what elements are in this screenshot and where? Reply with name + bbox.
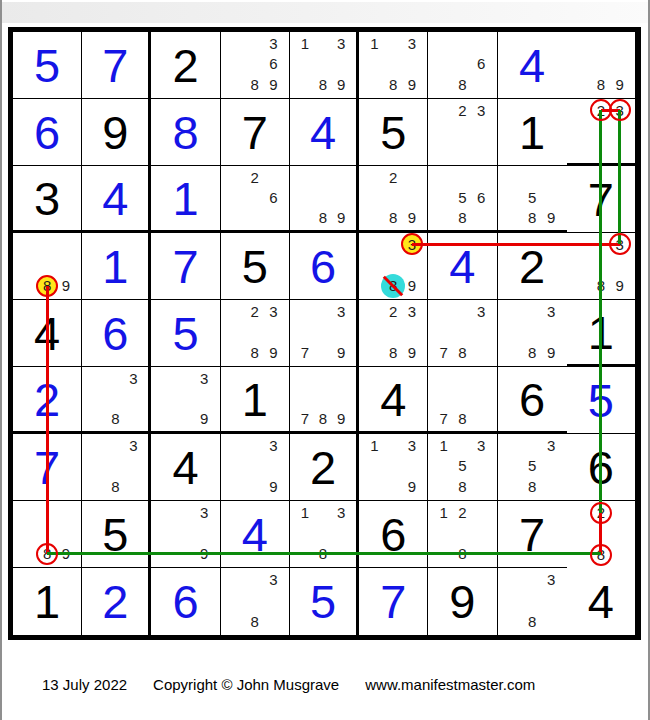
empty-slot: [195, 388, 214, 408]
candidate-3: 3: [124, 368, 142, 388]
cell-r8c4: 4: [221, 501, 290, 568]
cell-r6c8: 6: [498, 367, 567, 434]
empty-slot: [453, 322, 472, 343]
candidates: 589: [504, 167, 561, 227]
candidates: 358: [504, 435, 561, 497]
cell-r1c6: 1389: [359, 32, 428, 99]
candidate-8: 8: [453, 74, 472, 95]
empty-slot: [573, 234, 592, 255]
candidate-8: 8: [453, 476, 472, 497]
given-digit: 5: [221, 233, 289, 299]
cell-r1c4: 3689: [221, 32, 290, 99]
cell-r7c1: 7: [13, 434, 82, 501]
empty-slot: [434, 33, 453, 54]
empty-slot: [314, 523, 332, 544]
candidate-8: 8: [453, 408, 472, 428]
candidates: 2389: [365, 301, 421, 363]
empty-slot: [472, 502, 491, 523]
candidates: 138: [296, 502, 350, 564]
candidates: 39: [157, 368, 213, 428]
candidate-3: 3: [195, 368, 214, 388]
cell-r6c3: 39: [151, 367, 220, 434]
cell-r1c2: 7: [82, 32, 151, 99]
candidates: 78: [434, 368, 490, 428]
empty-slot: [19, 543, 38, 564]
empty-slot: [227, 322, 246, 343]
empty-slot: [573, 33, 592, 54]
solved-digit: 2: [82, 568, 148, 635]
empty-slot: [314, 301, 332, 322]
empty-slot: [106, 435, 124, 456]
empty-slot: [245, 322, 264, 343]
candidate-8: 8: [106, 476, 124, 497]
candidate-6: 6: [472, 187, 491, 207]
candidate-8: 8: [592, 74, 611, 95]
candidates: 38: [88, 368, 142, 428]
empty-slot: [434, 121, 453, 142]
empty-slot: [19, 255, 38, 276]
cell-r7c3: 4: [151, 434, 220, 501]
empty-slot: [453, 435, 472, 456]
empty-slot: [56, 234, 75, 255]
candidate-3: 3: [472, 301, 491, 322]
empty-slot: [227, 476, 246, 497]
candidate-9: 9: [332, 342, 350, 363]
given-digit: 7: [567, 166, 635, 232]
empty-slot: [332, 167, 350, 187]
empty-slot: [245, 435, 264, 456]
cell-r2c3: 8: [151, 99, 220, 166]
candidates: 89: [19, 234, 75, 296]
cell-r3c5: 89: [290, 166, 359, 233]
empty-slot: [245, 456, 264, 477]
empty-slot: [227, 569, 246, 590]
empty-slot: [472, 74, 491, 95]
candidates: 1389: [296, 33, 350, 95]
empty-slot: [573, 140, 592, 160]
empty-slot: [332, 543, 350, 564]
candidate-9: 9: [403, 275, 422, 296]
empty-slot: [453, 368, 472, 388]
candidates: 89: [296, 167, 350, 227]
candidate-9: 9: [542, 342, 561, 363]
candidate-8: 8: [245, 611, 264, 632]
empty-slot: [592, 54, 611, 75]
cell-r6c6: 4: [359, 367, 428, 434]
empty-slot: [56, 523, 75, 544]
empty-slot: [523, 167, 542, 187]
empty-slot: [365, 234, 384, 255]
empty-slot: [245, 54, 264, 75]
cell-r6c9: 5: [567, 367, 636, 434]
cell-r9c9: 4: [567, 568, 636, 635]
empty-slot: [610, 120, 629, 140]
empty-slot: [296, 523, 314, 544]
empty-slot: [573, 275, 592, 296]
candidate-8: 8: [245, 342, 264, 363]
candidates: 39: [157, 502, 213, 564]
empty-slot: [264, 456, 283, 477]
empty-slot: [384, 33, 403, 54]
empty-slot: [296, 368, 314, 388]
empty-slot: [314, 167, 332, 187]
empty-slot: [88, 456, 106, 477]
cell-r1c3: 2: [151, 32, 220, 99]
solved-digit: 1: [151, 166, 219, 230]
empty-slot: [542, 590, 561, 611]
empty-slot: [542, 187, 561, 207]
empty-slot: [227, 456, 246, 477]
solved-digit: 8: [151, 99, 219, 165]
empty-slot: [88, 476, 106, 497]
empty-slot: [610, 54, 629, 75]
empty-slot: [176, 368, 195, 388]
empty-slot: [365, 74, 384, 95]
empty-slot: [124, 388, 142, 408]
candidate-3: 3: [403, 234, 422, 255]
empty-slot: [592, 140, 611, 160]
empty-slot: [296, 322, 314, 343]
candidate-3: 3: [264, 301, 283, 322]
cell-r6c2: 38: [82, 367, 151, 434]
candidate-2: 2: [245, 167, 264, 187]
cell-r2c4: 7: [221, 99, 290, 166]
cell-r3c1: 3: [13, 166, 82, 233]
empty-slot: [157, 368, 176, 388]
candidate-9: 9: [195, 408, 214, 428]
candidates: 389: [504, 301, 561, 363]
cell-r3c2: 4: [82, 166, 151, 233]
cell-r7c5: 2: [290, 434, 359, 501]
cell-r3c3: 1: [151, 166, 220, 233]
cell-r8c2: 5: [82, 501, 151, 568]
empty-slot: [227, 54, 246, 75]
candidate-8: 8: [523, 342, 542, 363]
empty-slot: [472, 342, 491, 363]
empty-slot: [264, 590, 283, 611]
candidate-8: 8: [314, 408, 332, 428]
cell-r5c7: 378: [428, 300, 497, 367]
empty-slot: [403, 456, 422, 477]
cell-r1c9: 89: [567, 32, 636, 99]
candidates: 89: [573, 33, 629, 95]
empty-slot: [453, 523, 472, 544]
cell-r4c8: 2: [498, 233, 567, 300]
candidates: 38: [88, 435, 142, 497]
empty-slot: [453, 54, 472, 75]
empty-slot: [592, 234, 611, 255]
solved-digit: 7: [13, 434, 81, 500]
given-digit: 3: [13, 166, 81, 230]
empty-slot: [227, 301, 246, 322]
given-digit: 7: [498, 501, 567, 567]
empty-slot: [592, 523, 611, 544]
candidate-3: 3: [403, 301, 422, 322]
empty-slot: [365, 255, 384, 276]
cell-r7c7: 1358: [428, 434, 497, 501]
empty-slot: [227, 435, 246, 456]
cell-r4c6: 389: [359, 233, 428, 300]
empty-slot: [314, 322, 332, 343]
given-digit: 4: [567, 568, 635, 635]
candidates: 568: [434, 167, 490, 227]
cell-r3c6: 289: [359, 166, 428, 233]
cell-r6c5: 789: [290, 367, 359, 434]
cell-r2c5: 4: [290, 99, 359, 166]
empty-slot: [88, 368, 106, 388]
candidate-2: 2: [453, 100, 472, 121]
empty-slot: [124, 456, 142, 477]
given-digit: 5: [82, 501, 148, 567]
empty-slot: [245, 33, 264, 54]
candidate-8: 8: [314, 74, 332, 95]
candidate-9: 9: [403, 207, 422, 227]
candidate-3: 3: [264, 435, 283, 456]
given-digit: 4: [359, 367, 427, 431]
empty-slot: [384, 54, 403, 75]
empty-slot: [504, 476, 523, 497]
cell-r8c6: 6: [359, 501, 428, 568]
candidate-9: 9: [610, 74, 629, 95]
empty-slot: [472, 456, 491, 477]
empty-slot: [573, 523, 592, 544]
solved-digit: 4: [498, 32, 567, 98]
empty-slot: [610, 502, 629, 523]
given-digit: 7: [221, 99, 289, 165]
empty-slot: [157, 523, 176, 544]
cell-r6c7: 78: [428, 367, 497, 434]
candidates: 23: [573, 100, 629, 160]
cell-r3c4: 26: [221, 166, 290, 233]
candidate-5: 5: [453, 187, 472, 207]
empty-slot: [403, 322, 422, 343]
footer: 13 July 2022 Copyright © John Musgrave w…: [42, 676, 535, 693]
candidate-1: 1: [365, 33, 384, 54]
candidate-3: 3: [403, 33, 422, 54]
cell-r9c8: 38: [498, 568, 567, 635]
empty-slot: [19, 502, 38, 523]
candidate-3: 3: [195, 502, 214, 523]
empty-slot: [19, 523, 38, 544]
candidate-3: 3: [542, 569, 561, 590]
candidate-6: 6: [264, 187, 283, 207]
empty-slot: [296, 187, 314, 207]
candidate-1: 1: [296, 502, 314, 523]
candidate-8: 8: [592, 544, 611, 565]
cell-r5c4: 2389: [221, 300, 290, 367]
empty-slot: [472, 33, 491, 54]
given-digit: 9: [428, 568, 496, 635]
cell-r8c1: 89: [13, 501, 82, 568]
empty-slot: [314, 368, 332, 388]
candidate-8: 8: [245, 74, 264, 95]
candidate-1: 1: [434, 435, 453, 456]
empty-slot: [245, 187, 264, 207]
empty-slot: [434, 167, 453, 187]
candidate-3: 3: [472, 100, 491, 121]
cell-r1c5: 1389: [290, 32, 359, 99]
empty-slot: [542, 456, 561, 477]
candidates: 128: [434, 502, 490, 564]
candidate-1: 1: [434, 502, 453, 523]
empty-slot: [56, 255, 75, 276]
given-digit: 1: [221, 367, 289, 431]
empty-slot: [453, 388, 472, 408]
empty-slot: [592, 120, 611, 140]
given-digit: 2: [498, 233, 567, 299]
empty-slot: [314, 502, 332, 523]
candidates: 3689: [227, 33, 283, 95]
empty-slot: [573, 502, 592, 523]
cell-r2c8: 1: [498, 99, 567, 166]
empty-slot: [472, 523, 491, 544]
empty-slot: [332, 368, 350, 388]
empty-slot: [296, 301, 314, 322]
given-digit: 2: [151, 32, 219, 98]
candidate-8: 8: [384, 207, 403, 227]
empty-slot: [573, 100, 592, 120]
empty-slot: [19, 275, 38, 296]
empty-slot: [19, 234, 38, 255]
candidate-2: 2: [592, 502, 611, 523]
empty-slot: [472, 207, 491, 227]
solved-digit: 6: [13, 99, 81, 165]
empty-slot: [314, 54, 332, 75]
empty-slot: [227, 33, 246, 54]
candidates: 1358: [434, 435, 490, 497]
cell-r7c2: 38: [82, 434, 151, 501]
candidates: 68: [434, 33, 490, 95]
empty-slot: [523, 435, 542, 456]
empty-slot: [176, 543, 195, 564]
candidates: 38: [227, 569, 283, 632]
candidate-8: 8: [384, 275, 403, 296]
empty-slot: [176, 408, 195, 428]
candidate-8: 8: [592, 275, 611, 296]
cell-r9c6: 7: [359, 568, 428, 635]
cell-r8c8: 7: [498, 501, 567, 568]
cell-r4c3: 7: [151, 233, 220, 300]
candidate-8: 8: [453, 342, 472, 363]
given-digit: 1: [13, 568, 81, 635]
page: 5723689138913896848969874523123341268928…: [0, 0, 650, 720]
empty-slot: [573, 255, 592, 276]
candidate-3: 3: [264, 33, 283, 54]
empty-slot: [264, 611, 283, 632]
given-digit: 6: [498, 367, 567, 431]
empty-slot: [365, 54, 384, 75]
given-digit: 4: [13, 300, 81, 366]
candidates: 139: [365, 435, 421, 497]
empty-slot: [296, 543, 314, 564]
empty-slot: [384, 456, 403, 477]
empty-slot: [434, 322, 453, 343]
empty-slot: [504, 322, 523, 343]
empty-slot: [434, 187, 453, 207]
empty-slot: [227, 611, 246, 632]
empty-slot: [157, 408, 176, 428]
solved-digit: 7: [151, 233, 219, 299]
solved-digit: 5: [567, 367, 635, 433]
empty-slot: [314, 388, 332, 408]
empty-slot: [88, 388, 106, 408]
candidate-9: 9: [264, 476, 283, 497]
empty-slot: [296, 207, 314, 227]
cell-r3c9: 7: [567, 166, 636, 233]
solved-digit: 5: [13, 32, 81, 98]
empty-slot: [434, 301, 453, 322]
empty-slot: [384, 255, 403, 276]
empty-slot: [365, 476, 384, 497]
candidates: 39: [227, 435, 283, 497]
cell-r4c7: 4: [428, 233, 497, 300]
candidate-9: 9: [610, 275, 629, 296]
candidate-3: 3: [542, 435, 561, 456]
solved-digit: 5: [151, 300, 219, 366]
cell-r9c7: 9: [428, 568, 497, 635]
empty-slot: [365, 187, 384, 207]
candidate-8: 8: [453, 543, 472, 564]
empty-slot: [573, 54, 592, 75]
empty-slot: [542, 611, 561, 632]
empty-slot: [296, 54, 314, 75]
empty-slot: [384, 476, 403, 497]
empty-slot: [332, 187, 350, 207]
cell-r7c8: 358: [498, 434, 567, 501]
empty-slot: [504, 167, 523, 187]
given-digit: 6: [359, 501, 427, 567]
empty-slot: [332, 388, 350, 408]
candidate-8: 8: [453, 207, 472, 227]
empty-slot: [610, 255, 629, 276]
empty-slot: [296, 388, 314, 408]
empty-slot: [542, 476, 561, 497]
empty-slot: [176, 388, 195, 408]
empty-slot: [332, 54, 350, 75]
cell-r9c1: 1: [13, 568, 82, 635]
empty-slot: [365, 322, 384, 343]
empty-slot: [434, 456, 453, 477]
cell-r7c6: 139: [359, 434, 428, 501]
candidates: 378: [434, 301, 490, 363]
cell-r5c3: 5: [151, 300, 220, 367]
cell-r6c4: 1: [221, 367, 290, 434]
empty-slot: [453, 121, 472, 142]
empty-slot: [434, 388, 453, 408]
candidates: 389: [365, 234, 421, 296]
cell-r5c6: 2389: [359, 300, 428, 367]
empty-slot: [472, 543, 491, 564]
empty-slot: [472, 141, 491, 162]
candidate-7: 7: [296, 342, 314, 363]
candidate-2: 2: [453, 502, 472, 523]
candidates: 2389: [227, 301, 283, 363]
empty-slot: [314, 33, 332, 54]
empty-slot: [403, 255, 422, 276]
footer-website: www.manifestmaster.com: [365, 676, 535, 693]
empty-slot: [523, 569, 542, 590]
window-top-band: [0, 2, 650, 23]
solved-digit: 5: [290, 568, 356, 635]
empty-slot: [245, 590, 264, 611]
cell-r5c9: 1: [567, 300, 636, 367]
candidate-3: 3: [542, 301, 561, 322]
candidate-5: 5: [523, 187, 542, 207]
empty-slot: [384, 234, 403, 255]
cell-r8c3: 39: [151, 501, 220, 568]
empty-slot: [227, 207, 246, 227]
empty-slot: [124, 408, 142, 428]
